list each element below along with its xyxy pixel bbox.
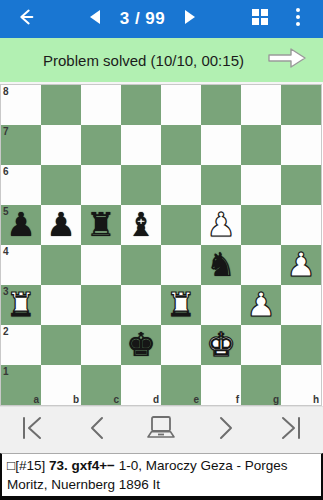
rank-label-2: 2: [3, 326, 9, 337]
file-label-b: b: [73, 394, 79, 405]
file-label-e: e: [193, 394, 199, 405]
first-move-button[interactable]: [10, 412, 54, 448]
square-g8[interactable]: [241, 85, 281, 125]
square-e7[interactable]: [161, 125, 201, 165]
problem-counter: 3 / 99: [120, 9, 166, 29]
file-label-a: a: [33, 394, 39, 405]
square-d6[interactable]: [121, 165, 161, 205]
square-c4[interactable]: [81, 245, 121, 285]
previous-move-button[interactable]: [75, 412, 119, 448]
piece-black-king: ♚: [121, 325, 161, 365]
status-message: Problem solved (10/10, 00:15): [0, 52, 265, 69]
square-f5[interactable]: ♟: [201, 205, 241, 245]
rank-label-3: 3: [3, 286, 9, 297]
square-c8[interactable]: [81, 85, 121, 125]
back-button[interactable]: [10, 4, 40, 34]
square-b5[interactable]: ♟: [41, 205, 81, 245]
square-g7[interactable]: [241, 125, 281, 165]
square-g1[interactable]: g: [241, 365, 281, 405]
square-h3[interactable]: [281, 285, 321, 325]
square-a3[interactable]: ♜3: [1, 285, 41, 325]
next-chevron-icon: [183, 9, 197, 29]
square-a1[interactable]: 1a: [1, 365, 41, 405]
rank-label-4: 4: [3, 246, 9, 257]
square-h7[interactable]: [281, 125, 321, 165]
piece-white-pawn: ♟: [241, 285, 281, 325]
square-a6[interactable]: 6: [1, 165, 41, 205]
square-e2[interactable]: [161, 325, 201, 365]
square-d1[interactable]: d: [121, 365, 161, 405]
overflow-menu-icon: [295, 7, 301, 31]
skip-to-end-icon: [277, 415, 305, 445]
grid-view-icon: [251, 8, 269, 30]
square-e8[interactable]: [161, 85, 201, 125]
piece-white-rook: ♜: [161, 285, 201, 325]
move-nav-bar: [0, 406, 323, 453]
square-h6[interactable]: [281, 165, 321, 205]
square-f8[interactable]: [201, 85, 241, 125]
square-a7[interactable]: 7: [1, 125, 41, 165]
chess-tactics-app: 3 / 99 Problem solved (10/10, 00:15): [0, 0, 323, 500]
chevron-left-icon: [85, 415, 109, 445]
status-bar: Problem solved (10/10, 00:15): [0, 38, 323, 82]
piece-black-knight: ♞: [201, 245, 241, 285]
move-annotation: □[#15] 73. gxf4+− 1-0, Maroczy Geza - Po…: [0, 453, 323, 500]
square-b3[interactable]: [41, 285, 81, 325]
square-e6[interactable]: [161, 165, 201, 205]
chess-board: 876♟5♟♜♝♟4♞♟♜3♜♟2♚♚1abcdefgh: [0, 84, 322, 406]
skip-to-start-icon: [18, 415, 46, 445]
solution-move[interactable]: 73. gxf4+−: [49, 458, 115, 473]
go-next-problem-button[interactable]: [265, 47, 309, 73]
menu-button[interactable]: [283, 4, 313, 34]
previous-problem-button[interactable]: [80, 4, 110, 34]
square-b1[interactable]: b: [41, 365, 81, 405]
square-b6[interactable]: [41, 165, 81, 205]
rank-label-1: 1: [3, 366, 9, 377]
next-move-button[interactable]: [204, 412, 248, 448]
square-b7[interactable]: [41, 125, 81, 165]
square-f4[interactable]: ♞: [201, 245, 241, 285]
square-h5[interactable]: [281, 205, 321, 245]
piece-white-king: ♚: [201, 325, 241, 365]
square-h4[interactable]: ♟: [281, 245, 321, 285]
square-a4[interactable]: 4: [1, 245, 41, 285]
square-e4[interactable]: [161, 245, 201, 285]
top-bar: 3 / 99: [0, 0, 323, 38]
piece-black-bishop: ♝: [121, 205, 161, 245]
piece-white-pawn: ♟: [201, 205, 241, 245]
piece-black-rook: ♜: [81, 205, 121, 245]
problem-list-button[interactable]: [245, 4, 275, 34]
square-b8[interactable]: [41, 85, 81, 125]
square-g2[interactable]: [241, 325, 281, 365]
square-c3[interactable]: [81, 285, 121, 325]
file-label-f: f: [236, 394, 239, 405]
square-d2[interactable]: ♚: [121, 325, 161, 365]
next-problem-arrow-icon: [265, 46, 309, 74]
square-f6[interactable]: [201, 165, 241, 205]
prev-chevron-icon: [88, 9, 102, 29]
square-d8[interactable]: [121, 85, 161, 125]
square-e3[interactable]: ♜: [161, 285, 201, 325]
annotation-prefix: □[#15]: [7, 458, 49, 473]
rank-label-8: 8: [3, 86, 9, 97]
square-h8[interactable]: [281, 85, 321, 125]
file-label-g: g: [273, 394, 279, 405]
square-c2[interactable]: [81, 325, 121, 365]
square-f1[interactable]: f: [201, 365, 241, 405]
square-d5[interactable]: ♝: [121, 205, 161, 245]
square-c6[interactable]: [81, 165, 121, 205]
square-a8[interactable]: 8: [1, 85, 41, 125]
square-g3[interactable]: ♟: [241, 285, 281, 325]
square-d7[interactable]: [121, 125, 161, 165]
engine-analysis-button[interactable]: [139, 412, 183, 448]
square-f3[interactable]: [201, 285, 241, 325]
rank-label-6: 6: [3, 166, 9, 177]
square-h1[interactable]: h: [281, 365, 321, 405]
piece-black-pawn: ♟: [41, 205, 81, 245]
square-g4[interactable]: [241, 245, 281, 285]
square-b2[interactable]: [41, 325, 81, 365]
next-problem-button[interactable]: [175, 4, 205, 34]
board-area: 876♟5♟♜♝♟4♞♟♜3♜♟2♚♚1abcdefgh: [0, 84, 323, 406]
square-c5[interactable]: ♜: [81, 205, 121, 245]
square-g5[interactable]: [241, 205, 281, 245]
square-e1[interactable]: e: [161, 365, 201, 405]
file-label-c: c: [113, 394, 119, 405]
square-d3[interactable]: [121, 285, 161, 325]
square-a5[interactable]: ♟5: [1, 205, 41, 245]
square-d4[interactable]: [121, 245, 161, 285]
square-b4[interactable]: [41, 245, 81, 285]
file-label-h: h: [313, 394, 319, 405]
laptop-icon: [143, 414, 179, 446]
square-h2[interactable]: [281, 325, 321, 365]
rank-label-7: 7: [3, 126, 9, 137]
rank-label-5: 5: [3, 206, 9, 217]
square-c7[interactable]: [81, 125, 121, 165]
square-f2[interactable]: ♚: [201, 325, 241, 365]
piece-white-pawn: ♟: [281, 245, 321, 285]
file-label-d: d: [153, 394, 159, 405]
square-f7[interactable]: [201, 125, 241, 165]
chevron-right-icon: [214, 415, 238, 445]
back-arrow-icon: [14, 6, 36, 32]
last-move-button[interactable]: [269, 412, 313, 448]
square-g6[interactable]: [241, 165, 281, 205]
square-e5[interactable]: [161, 205, 201, 245]
square-c1[interactable]: c: [81, 365, 121, 405]
square-a2[interactable]: 2: [1, 325, 41, 365]
